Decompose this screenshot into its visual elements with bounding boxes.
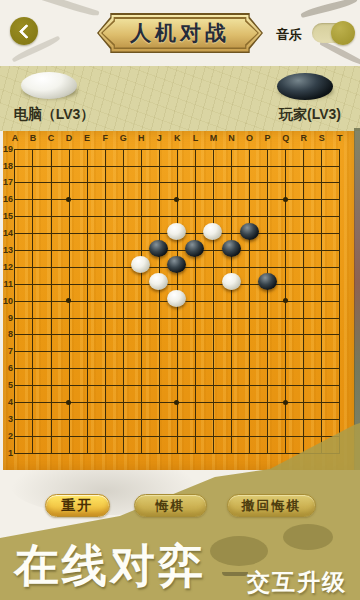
board-row-label: 8 bbox=[3, 329, 13, 339]
board-row-label: 15 bbox=[3, 211, 13, 221]
board-grid-line-v bbox=[339, 149, 340, 453]
board-row-label: 11 bbox=[3, 279, 13, 289]
board-col-label: B bbox=[25, 133, 40, 143]
cancel-undo-button[interactable]: 撤回悔棋 bbox=[227, 494, 316, 517]
board-col-label: P bbox=[260, 133, 275, 143]
board-star-point bbox=[66, 298, 71, 303]
stone-black-O14 bbox=[240, 223, 259, 240]
computer-player-stone-white bbox=[21, 72, 77, 99]
computer-player-label: 电脑（LV3） bbox=[6, 106, 102, 124]
upgrade-subtext: 交互升级 bbox=[247, 567, 347, 598]
board-row-label: 6 bbox=[3, 363, 13, 373]
restart-button[interactable]: 重开 bbox=[45, 494, 110, 517]
board-row-label: 5 bbox=[3, 380, 13, 390]
board-row-label: 2 bbox=[3, 431, 13, 441]
board-grid-line-h bbox=[14, 436, 340, 437]
board-col-label: J bbox=[152, 133, 167, 143]
board-row-label: 4 bbox=[3, 397, 13, 407]
music-toggle[interactable] bbox=[312, 23, 353, 43]
board-col-label: K bbox=[170, 133, 185, 143]
board-col-label: G bbox=[116, 133, 131, 143]
board-col-label: C bbox=[44, 133, 59, 143]
human-player-stone-black bbox=[277, 73, 333, 100]
board-row-label: 18 bbox=[3, 161, 13, 171]
board-col-label: A bbox=[7, 133, 22, 143]
music-toggle-knob[interactable] bbox=[331, 21, 355, 45]
board-grid-line-h bbox=[14, 368, 340, 369]
stone-white-N11 bbox=[222, 273, 241, 290]
human-player-label: 玩家(LV3) bbox=[272, 106, 348, 124]
board-row-label: 17 bbox=[3, 177, 13, 187]
board-star-point bbox=[174, 400, 179, 405]
board-grid-line-h bbox=[14, 351, 340, 352]
board-col-label: H bbox=[134, 133, 149, 143]
board-col-label: O bbox=[242, 133, 257, 143]
board-grid-line-v bbox=[321, 149, 322, 453]
board-star-point bbox=[66, 197, 71, 202]
board-star-point bbox=[174, 197, 179, 202]
board-grid-line-v bbox=[249, 149, 250, 453]
board-row-label: 3 bbox=[3, 414, 13, 424]
board-row-label: 19 bbox=[3, 144, 13, 154]
board-star-point bbox=[283, 298, 288, 303]
board-col-label: M bbox=[206, 133, 221, 143]
board-grid-line-v bbox=[213, 149, 214, 453]
board-star-point bbox=[66, 400, 71, 405]
banner-stone-art bbox=[210, 536, 268, 566]
stone-white-H12 bbox=[131, 256, 150, 273]
board-col-label: D bbox=[62, 133, 77, 143]
board-grid-line-h bbox=[14, 453, 340, 454]
banner-boat-art bbox=[222, 572, 248, 576]
stone-black-P11 bbox=[258, 273, 277, 290]
back-chevron-icon bbox=[19, 24, 35, 40]
stone-white-K14 bbox=[167, 223, 186, 240]
bamboo-leaf-decoration bbox=[300, 0, 358, 18]
undo-move-button[interactable]: 悔棋 bbox=[134, 494, 207, 517]
bamboo-stalk-decoration bbox=[354, 128, 360, 470]
board-star-point bbox=[283, 400, 288, 405]
board-grid-line-h bbox=[14, 334, 340, 335]
stone-black-L13 bbox=[185, 240, 204, 257]
board-row-label: 13 bbox=[3, 245, 13, 255]
board-row-label: 9 bbox=[3, 313, 13, 323]
board-col-label: L bbox=[188, 133, 203, 143]
board-row-label: 14 bbox=[3, 228, 13, 238]
stone-white-J11 bbox=[149, 273, 168, 290]
stone-white-K10 bbox=[167, 290, 186, 307]
board-col-label: T bbox=[332, 133, 347, 143]
board-col-label: R bbox=[296, 133, 311, 143]
music-label: 音乐 bbox=[276, 26, 302, 44]
board-col-label: Q bbox=[278, 133, 293, 143]
online-play-headline: 在线对弈 bbox=[14, 536, 206, 596]
board-grid-line-h bbox=[14, 318, 340, 319]
stone-black-K12 bbox=[167, 256, 186, 273]
stone-black-N13 bbox=[222, 240, 241, 257]
board-grid-line-v bbox=[303, 149, 304, 453]
bamboo-leaf-decoration bbox=[40, 0, 99, 18]
board[interactable]: ABCDEFGHJKLMNOPQRST191817161514131211109… bbox=[3, 131, 355, 470]
board-row-label: 12 bbox=[3, 262, 13, 272]
board-grid-line-h bbox=[14, 385, 340, 386]
board-grid-line-h bbox=[14, 419, 340, 420]
stone-white-M14 bbox=[203, 223, 222, 240]
board-grid-line-v bbox=[267, 149, 268, 453]
back-button[interactable] bbox=[10, 17, 38, 45]
page-title: 人机对战 bbox=[97, 13, 263, 53]
stone-black-J13 bbox=[149, 240, 168, 257]
player-info-strip: 电脑（LV3） 玩家(LV3) bbox=[0, 66, 360, 131]
board-grid-line-v bbox=[195, 149, 196, 453]
board-col-label: N bbox=[224, 133, 239, 143]
board-col-label: F bbox=[98, 133, 113, 143]
board-row-label: 1 bbox=[3, 448, 13, 458]
board-row-label: 16 bbox=[3, 194, 13, 204]
title-plaque: 人机对战 bbox=[97, 13, 263, 53]
board-col-label: S bbox=[314, 133, 329, 143]
banner-stone-art bbox=[283, 524, 333, 550]
board-row-label: 7 bbox=[3, 346, 13, 356]
board-star-point bbox=[283, 197, 288, 202]
board-row-label: 10 bbox=[3, 296, 13, 306]
board-grid-line-v bbox=[231, 149, 232, 453]
screen: 人机对战 音乐 电脑（LV3） 玩家(LV3) ABCDEFGHJKLMNOPQ… bbox=[0, 0, 360, 600]
board-col-label: E bbox=[80, 133, 95, 143]
